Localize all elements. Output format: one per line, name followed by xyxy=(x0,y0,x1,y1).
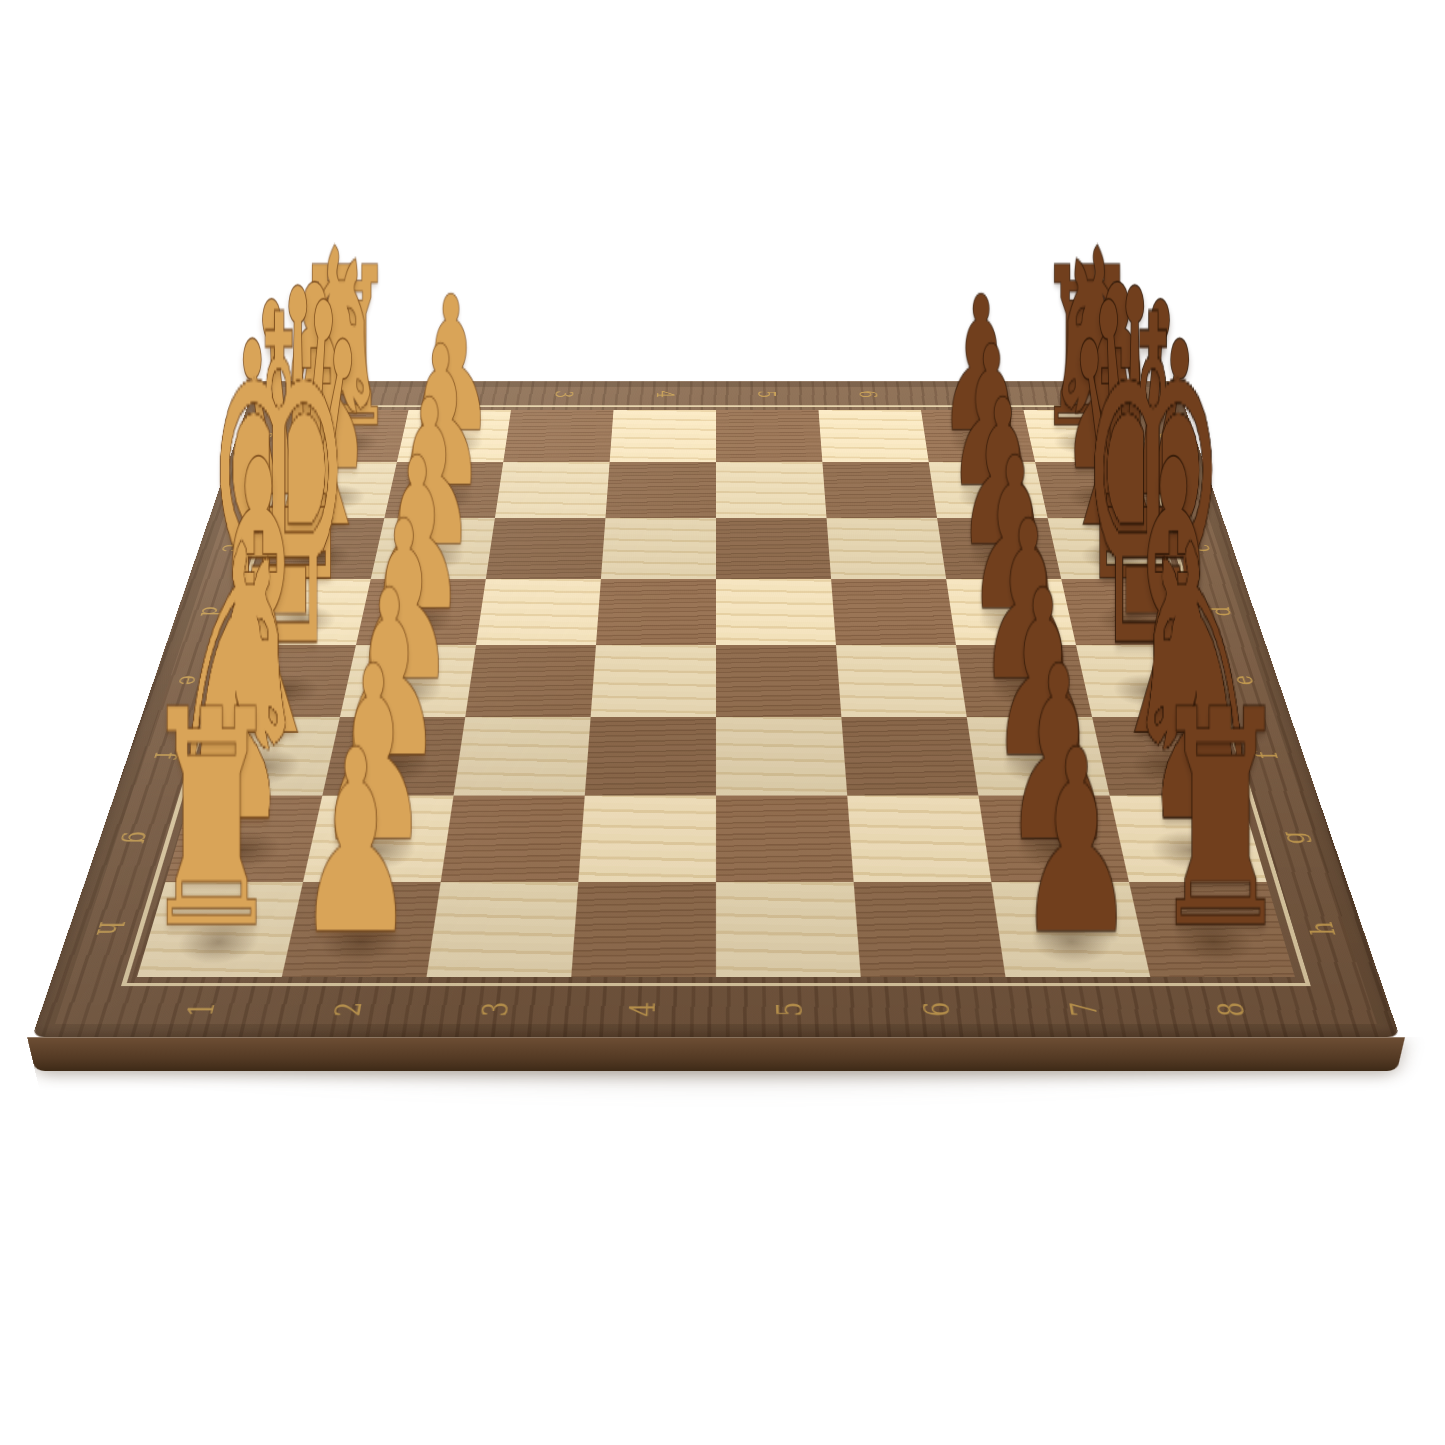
perspective-stage: abcdefgh abcdefgh 12345678 12345678 ♜♟♟♜… xyxy=(0,0,1445,1445)
board-front-edge xyxy=(27,1037,1405,1071)
chess-set-photo: abcdefgh abcdefgh 12345678 12345678 ♜♟♟♜… xyxy=(0,0,1445,1445)
white-pawn-glyph: ♟ xyxy=(296,718,414,969)
coord-rank-far-2: 2 xyxy=(437,370,487,419)
coord-rank-far-5: 5 xyxy=(746,370,788,419)
white-rook-glyph: ♜ xyxy=(142,672,282,969)
piece-black-pawn-h7: ♟ xyxy=(991,882,1150,977)
square-b6 xyxy=(822,462,937,518)
square-d6 xyxy=(831,579,956,645)
square-c6 xyxy=(827,518,947,579)
black-rook-glyph: ♜ xyxy=(1150,672,1290,969)
piece-black-rook-h8: ♜ xyxy=(1129,882,1295,977)
square-d3 xyxy=(476,579,601,645)
coord-rank-far-6: 6 xyxy=(845,370,891,419)
square-b3 xyxy=(495,462,610,518)
chessboard: abcdefgh abcdefgh 12345678 12345678 ♜♟♟♜… xyxy=(32,381,1400,1037)
piece-white-pawn-h2: ♟ xyxy=(282,882,441,977)
black-pawn-glyph: ♟ xyxy=(1017,718,1135,969)
square-b5 xyxy=(716,462,827,518)
coord-rank-far-4: 4 xyxy=(644,370,686,419)
square-c4 xyxy=(601,518,716,579)
square-d5 xyxy=(716,579,836,645)
piece-white-rook-h1: ♜ xyxy=(137,882,303,977)
square-b4 xyxy=(605,462,716,518)
square-c5 xyxy=(716,518,831,579)
coord-rank-far-3: 3 xyxy=(541,370,587,419)
square-c3 xyxy=(486,518,606,579)
square-d4 xyxy=(596,579,716,645)
